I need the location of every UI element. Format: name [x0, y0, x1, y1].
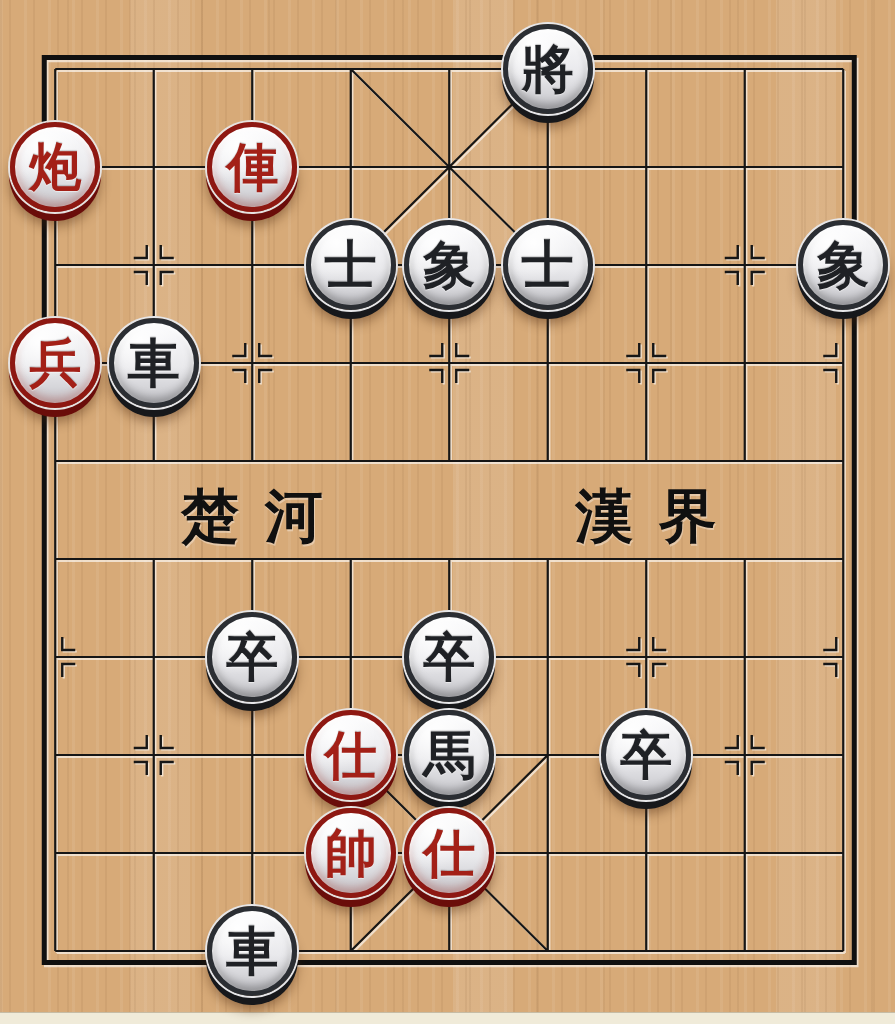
piece-character: 炮 — [29, 141, 81, 193]
piece-red-advisor[interactable]: 仕 — [306, 710, 396, 800]
piece-character: 車 — [128, 337, 180, 389]
piece-character: 兵 — [29, 337, 81, 389]
piece-character: 士 — [522, 239, 574, 291]
piece-character: 仕 — [325, 729, 377, 781]
piece-character: 帥 — [325, 827, 377, 879]
piece-character: 卒 — [226, 631, 278, 683]
piece-black-elephant[interactable]: 象 — [404, 220, 494, 310]
piece-red-chariot[interactable]: 俥 — [207, 122, 297, 212]
piece-character: 象 — [817, 239, 869, 291]
piece-character: 仕 — [423, 827, 475, 879]
piece-character: 將 — [522, 43, 574, 95]
piece-red-cannon[interactable]: 炮 — [10, 122, 100, 212]
piece-black-general[interactable]: 將 — [503, 24, 593, 114]
piece-black-soldier[interactable]: 卒 — [207, 612, 297, 702]
piece-black-advisor[interactable]: 士 — [503, 220, 593, 310]
piece-character: 俥 — [226, 141, 278, 193]
piece-character: 馬 — [423, 729, 475, 781]
piece-black-soldier[interactable]: 卒 — [601, 710, 691, 800]
piece-black-soldier[interactable]: 卒 — [404, 612, 494, 702]
piece-black-chariot[interactable]: 車 — [207, 906, 297, 996]
piece-character: 象 — [423, 239, 475, 291]
piece-character: 卒 — [620, 729, 672, 781]
piece-black-chariot[interactable]: 車 — [109, 318, 199, 408]
xiangqi-board: 楚河 漢界 將炮俥士象士象兵車卒卒仕馬卒帥仕車 — [0, 0, 895, 1024]
piece-red-general[interactable]: 帥 — [306, 808, 396, 898]
piece-black-advisor[interactable]: 士 — [306, 220, 396, 310]
piece-character: 士 — [325, 239, 377, 291]
piece-character: 車 — [226, 925, 278, 977]
piece-red-advisor[interactable]: 仕 — [404, 808, 494, 898]
pieces-grid: 將炮俥士象士象兵車卒卒仕馬卒帥仕車 — [6, 20, 893, 1000]
piece-black-horse[interactable]: 馬 — [404, 710, 494, 800]
piece-red-soldier[interactable]: 兵 — [10, 318, 100, 408]
table-edge-strip — [0, 1012, 895, 1024]
piece-character: 卒 — [423, 631, 475, 683]
piece-black-elephant[interactable]: 象 — [798, 220, 888, 310]
